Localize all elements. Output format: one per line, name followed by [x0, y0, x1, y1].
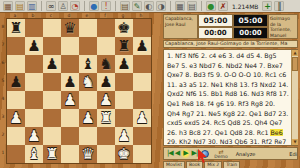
clock-grid: 05:00 05:00 00:00 00:00	[198, 14, 268, 39]
white-clock-secondary: 00:00	[198, 27, 233, 39]
black-pawn[interactable]: ♟	[27, 37, 40, 55]
pause-icon[interactable]: ‖	[274, 1, 284, 11]
square-e2[interactable]	[79, 127, 97, 145]
square-a4[interactable]	[7, 91, 25, 109]
spy-icon[interactable]: ✗	[218, 1, 228, 11]
white-pawn[interactable]: ♟	[135, 109, 148, 127]
square-a7[interactable]	[7, 37, 25, 55]
white-pawn[interactable]: ♟	[9, 109, 22, 127]
square-b7[interactable]: ♟	[25, 37, 43, 55]
square-b8[interactable]	[25, 19, 43, 37]
new-board-icon[interactable]: ▦	[3, 1, 13, 11]
black-rook[interactable]: ♜	[117, 37, 130, 55]
square-f5[interactable]: ♟	[97, 73, 115, 91]
black-queen[interactable]: ♛	[63, 19, 76, 37]
black-knight[interactable]: ♞	[99, 55, 112, 73]
square-a3[interactable]: ♟	[7, 109, 25, 127]
square-b5[interactable]	[25, 73, 43, 91]
white-pawn[interactable]: ♟	[81, 109, 94, 127]
square-h1[interactable]	[133, 145, 151, 163]
square-h2[interactable]	[133, 127, 151, 145]
scroll-down-icon[interactable]: ▼	[292, 139, 298, 145]
square-h4[interactable]	[133, 91, 151, 109]
square-f8[interactable]	[97, 19, 115, 37]
levels-icon[interactable]: ◔	[70, 1, 80, 11]
scroll-up-icon[interactable]: ▲	[292, 50, 298, 56]
board-area: abcdefgh 87654321 ♜♛♚♟♜♟♟♝♞♟♟♟♞♟♟♟♟♟♜♟♟♟…	[0, 13, 162, 168]
clock-black-icon[interactable]: ◑	[156, 1, 166, 11]
white-rook[interactable]: ♜	[45, 145, 58, 163]
toolbar-separator	[115, 1, 116, 11]
moves-after[interactable]: 29. Kh2 Nd7 30. Nd3 Qb6 31. Rf2 Re7 32. …	[167, 138, 286, 146]
square-a6[interactable]	[7, 55, 25, 73]
analyze-button[interactable]: Analyze	[236, 151, 256, 157]
white-pawn[interactable]: ♟	[63, 91, 76, 109]
square-c6[interactable]: ♟	[43, 55, 61, 73]
white-pawn[interactable]: ♟	[117, 127, 130, 145]
current-move-highlight[interactable]: Be6	[270, 129, 282, 136]
square-d8[interactable]: ♛	[61, 19, 79, 37]
square-b4[interactable]	[25, 91, 43, 109]
square-g5[interactable]	[115, 73, 133, 91]
alert-icon[interactable]: !	[101, 1, 111, 11]
go-end-button[interactable]: ▶|	[192, 148, 198, 159]
black-pawn[interactable]: ♟	[9, 73, 22, 91]
controls-row: |◀◀▶▶| ⇄ Demo Analyze Edi	[163, 147, 298, 160]
square-d1[interactable]	[61, 145, 79, 163]
square-g1[interactable]: ♚	[115, 145, 133, 163]
square-g3[interactable]	[115, 109, 133, 127]
square-g7[interactable]: ♜	[115, 37, 133, 55]
square-c3[interactable]	[43, 109, 61, 127]
tab-book[interactable]: Book	[186, 161, 203, 168]
square-c2[interactable]	[43, 127, 61, 145]
square-b2[interactable]: ♟	[25, 127, 43, 145]
black-bishop[interactable]: ♝	[81, 55, 94, 73]
square-a8[interactable]: ♜	[7, 19, 25, 37]
tab-train[interactable]: Train	[223, 161, 240, 168]
edit-button[interactable]: Edi	[289, 151, 297, 157]
black-player-name: Golmayo de la Torriente, Manuel	[268, 14, 298, 39]
square-g4[interactable]	[115, 91, 133, 109]
square-h8[interactable]	[133, 19, 151, 37]
white-queen[interactable]: ♛	[81, 145, 94, 163]
white-clock-main: 05:00	[198, 14, 233, 27]
square-e5[interactable]: ♞	[79, 73, 97, 91]
nav-buttons: |◀◀▶▶|	[166, 148, 198, 159]
tab-mix-2[interactable]: Mix 2	[204, 161, 222, 168]
square-c4[interactable]	[43, 91, 61, 109]
square-g6[interactable]: ♟	[115, 55, 133, 73]
notation-scrollbar[interactable]: ▲ ▼	[291, 50, 298, 145]
square-h6[interactable]	[133, 55, 151, 73]
square-e8[interactable]	[79, 19, 97, 37]
engine-on-icon[interactable]: ●	[206, 1, 216, 11]
square-a5[interactable]: ♟	[7, 73, 25, 91]
square-f3[interactable]: ♜	[97, 109, 115, 127]
demo-button[interactable]: ⇄ Demo	[214, 149, 227, 159]
back-button[interactable]: ◀	[175, 148, 179, 159]
engine-dot-icon[interactable]: ●	[89, 1, 99, 11]
white-rook[interactable]: ♜	[99, 109, 112, 127]
square-f4[interactable]: ♟	[97, 91, 115, 109]
white-pawn[interactable]: ♟	[99, 91, 112, 109]
infinite-analysis-icon[interactable]: ∞	[46, 1, 56, 11]
square-e3[interactable]: ♟	[79, 109, 97, 127]
white-player-name: Capablanca, Jose Raul	[163, 14, 198, 39]
toolbar-icons: ▦▤▥∞♙◔●!▤✎◐◑▦▤●✗	[2, 1, 229, 11]
square-e4[interactable]	[79, 91, 97, 109]
black-rook[interactable]: ♜	[9, 19, 22, 37]
square-f7[interactable]	[97, 37, 115, 55]
notation-panel[interactable]: 1. Nf3 Nf6 2. c4 e6 3. d4 d5 4. Bg5 Be7 …	[163, 49, 298, 146]
add-icon[interactable]: +	[262, 1, 272, 11]
player-clock-row: Capablanca, Jose Raul 05:00 05:00 00:00 …	[163, 14, 298, 39]
chess-board[interactable]: ♜♛♚♟♜♟♟♝♞♟♟♟♞♟♟♟♟♟♜♟♟♟♝♜♛♚	[6, 18, 152, 164]
white-knight[interactable]: ♞	[81, 73, 94, 91]
save-game-icon[interactable]: ▥	[27, 1, 37, 11]
square-a1[interactable]	[7, 145, 25, 163]
black-pawn[interactable]: ♟	[63, 73, 76, 91]
tab-movlist[interactable]: Movlist	[163, 161, 185, 168]
game-panel: Capablanca, Jose Raul 05:00 05:00 00:00 …	[162, 13, 300, 168]
square-d3[interactable]	[61, 109, 79, 127]
game-list-icon[interactable]: ▤	[187, 1, 197, 11]
setup-position-icon[interactable]: ♙	[58, 1, 68, 11]
black-clock-main: 05:00	[233, 14, 268, 27]
white-pawn[interactable]: ♟	[27, 127, 40, 145]
square-h3[interactable]: ♟	[133, 109, 151, 127]
annotate-icon[interactable]: ✎	[132, 1, 142, 11]
game-title: Capablanca, Jose Raul-Golmayo de la Torr…	[163, 40, 298, 48]
square-f1[interactable]	[97, 145, 115, 163]
square-d7[interactable]	[61, 37, 79, 55]
square-a2[interactable]	[7, 127, 25, 145]
black-pawn[interactable]: ♟	[135, 37, 148, 55]
toolbar-separator	[84, 1, 85, 11]
square-b6[interactable]	[25, 55, 43, 73]
square-h5[interactable]	[133, 73, 151, 91]
square-f6[interactable]: ♞	[97, 55, 115, 73]
go-start-button[interactable]: |◀	[167, 148, 173, 159]
black-king[interactable]: ♚	[117, 19, 130, 37]
scroll-thumb[interactable]	[292, 57, 298, 71]
memory-indicator: 1.214MB	[232, 3, 258, 10]
forward-button[interactable]: ▶	[181, 148, 189, 159]
square-d5[interactable]: ♟	[61, 73, 79, 91]
square-f2[interactable]	[97, 127, 115, 145]
square-e6[interactable]: ♝	[79, 55, 97, 73]
square-d2[interactable]	[61, 127, 79, 145]
panel-tabs: MovlistBookMix 2Train	[163, 161, 298, 168]
square-d4[interactable]: ♟	[61, 91, 79, 109]
square-g2[interactable]: ♟	[115, 127, 133, 145]
white-king[interactable]: ♚	[117, 145, 130, 163]
notation-book-icon[interactable]: ▤	[120, 1, 130, 11]
black-clock-secondary: 00:00	[233, 27, 268, 39]
database-list-icon[interactable]: ▦	[175, 1, 185, 11]
square-e7[interactable]	[79, 37, 97, 55]
black-pawn[interactable]: ♟	[45, 55, 58, 73]
black-pawn[interactable]: ♟	[99, 73, 112, 91]
toolbar-separator	[41, 1, 42, 11]
moves-before[interactable]: 1. Nf3 Nf6 2. c4 e6 3. d4 d5 4. Bg5 Be7 …	[167, 52, 289, 136]
square-b1[interactable]: ♝	[25, 145, 43, 163]
clock-white-icon[interactable]: ◐	[144, 1, 154, 11]
toolbar-separator	[201, 1, 202, 11]
square-c1[interactable]: ♜	[43, 145, 61, 163]
toolbar-separator	[170, 1, 171, 11]
square-e1[interactable]: ♛	[79, 145, 97, 163]
chess-app-window: ▦▤▥∞♙◔●!▤✎◐◑▦▤●✗ 1.214MB + ‖ abcdefgh 87…	[0, 0, 300, 168]
square-b3[interactable]	[25, 109, 43, 127]
square-h7[interactable]: ♟	[133, 37, 151, 55]
square-c5[interactable]	[43, 73, 61, 91]
square-c8[interactable]	[43, 19, 61, 37]
white-bishop[interactable]: ♝	[27, 145, 40, 163]
square-g8[interactable]: ♚	[115, 19, 133, 37]
toolbar: ▦▤▥∞♙◔●!▤✎◐◑▦▤●✗ 1.214MB + ‖	[0, 0, 300, 13]
black-pawn[interactable]: ♟	[117, 55, 130, 73]
square-d6[interactable]	[61, 55, 79, 73]
square-c7[interactable]	[43, 37, 61, 55]
open-database-icon[interactable]: ▤	[15, 1, 25, 11]
